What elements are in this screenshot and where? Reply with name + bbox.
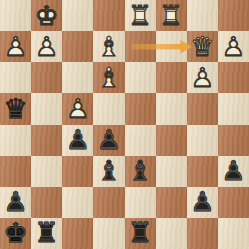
square-h8[interactable]: [218, 0, 249, 31]
square-c8[interactable]: [62, 0, 93, 31]
square-a3[interactable]: [0, 156, 31, 187]
white-bishop[interactable]: ♝♗: [93, 62, 124, 93]
square-c3[interactable]: [62, 156, 93, 187]
square-d5[interactable]: [93, 93, 124, 124]
square-e2[interactable]: [125, 187, 156, 218]
square-g5[interactable]: [187, 93, 218, 124]
black-pawn[interactable]: ♟♙: [218, 156, 249, 187]
black-bishop-outline: ♗: [125, 156, 156, 187]
chess-board: ♚♔♜♖♜♖♟♙♟♙♝♗♛♕♟♙♝♗♟♙♛♕♟♙♟♙♟♙♝♗♝♗♟♙♟♙♟♙♚♔…: [0, 0, 249, 249]
black-bishop[interactable]: ♝♗: [93, 156, 124, 187]
white-queen-outline: ♕: [187, 31, 218, 62]
black-pawn-outline: ♙: [218, 156, 249, 187]
square-a7[interactable]: ♟♙: [0, 31, 31, 62]
square-c7[interactable]: [62, 31, 93, 62]
square-g6[interactable]: ♟♙: [187, 62, 218, 93]
square-b5[interactable]: [31, 93, 62, 124]
black-rook-outline: ♖: [31, 218, 62, 249]
square-f2[interactable]: [156, 187, 187, 218]
square-c5[interactable]: ♟♙: [62, 93, 93, 124]
square-h3[interactable]: ♟♙: [218, 156, 249, 187]
black-rook-outline: ♖: [125, 218, 156, 249]
white-king-outline: ♔: [31, 0, 62, 31]
square-h2[interactable]: [218, 187, 249, 218]
white-rook[interactable]: ♜♖: [156, 0, 187, 31]
square-f4[interactable]: [156, 125, 187, 156]
white-pawn[interactable]: ♟♙: [187, 62, 218, 93]
square-e6[interactable]: [125, 62, 156, 93]
black-pawn-outline: ♙: [187, 187, 218, 218]
square-b8[interactable]: ♚♔: [31, 0, 62, 31]
square-g1[interactable]: [187, 218, 218, 249]
black-queen[interactable]: ♛♕: [0, 93, 31, 124]
white-pawn-outline: ♙: [218, 31, 249, 62]
white-pawn-outline: ♙: [31, 31, 62, 62]
square-d7[interactable]: ♝♗: [93, 31, 124, 62]
white-king[interactable]: ♚♔: [31, 0, 62, 31]
white-pawn[interactable]: ♟♙: [62, 93, 93, 124]
square-b4[interactable]: [31, 125, 62, 156]
square-e1[interactable]: ♜♖: [125, 218, 156, 249]
square-c2[interactable]: [62, 187, 93, 218]
black-pawn-outline: ♙: [93, 125, 124, 156]
square-f5[interactable]: [156, 93, 187, 124]
square-f8[interactable]: ♜♖: [156, 0, 187, 31]
white-rook[interactable]: ♜♖: [125, 0, 156, 31]
black-pawn[interactable]: ♟♙: [187, 187, 218, 218]
square-c6[interactable]: [62, 62, 93, 93]
black-pawn-outline: ♙: [0, 187, 31, 218]
square-e3[interactable]: ♝♗: [125, 156, 156, 187]
square-d4[interactable]: ♟♙: [93, 125, 124, 156]
square-d3[interactable]: ♝♗: [93, 156, 124, 187]
square-h1[interactable]: [218, 218, 249, 249]
square-g7[interactable]: ♛♕: [187, 31, 218, 62]
black-king-outline: ♔: [0, 218, 31, 249]
black-pawn[interactable]: ♟♙: [62, 125, 93, 156]
square-g3[interactable]: [187, 156, 218, 187]
black-king[interactable]: ♚♔: [0, 218, 31, 249]
square-a5[interactable]: ♛♕: [0, 93, 31, 124]
black-rook[interactable]: ♜♖: [31, 218, 62, 249]
square-a1[interactable]: ♚♔: [0, 218, 31, 249]
white-bishop-outline: ♗: [93, 62, 124, 93]
white-rook-outline: ♖: [156, 0, 187, 31]
white-bishop[interactable]: ♝♗: [93, 31, 124, 62]
white-queen[interactable]: ♛♕: [187, 31, 218, 62]
square-a4[interactable]: [0, 125, 31, 156]
square-d2[interactable]: [93, 187, 124, 218]
square-g8[interactable]: [187, 0, 218, 31]
black-rook[interactable]: ♜♖: [125, 218, 156, 249]
square-f7[interactable]: [156, 31, 187, 62]
square-a6[interactable]: [0, 62, 31, 93]
square-b3[interactable]: [31, 156, 62, 187]
black-bishop[interactable]: ♝♗: [125, 156, 156, 187]
square-b2[interactable]: [31, 187, 62, 218]
square-h6[interactable]: [218, 62, 249, 93]
white-pawn-outline: ♙: [187, 62, 218, 93]
square-d8[interactable]: [93, 0, 124, 31]
square-a2[interactable]: ♟♙: [0, 187, 31, 218]
square-g4[interactable]: [187, 125, 218, 156]
black-queen-outline: ♕: [0, 93, 31, 124]
square-e4[interactable]: [125, 125, 156, 156]
chess-diagram: ♚♔♜♖♜♖♟♙♟♙♝♗♛♕♟♙♝♗♟♙♛♕♟♙♟♙♟♙♝♗♝♗♟♙♟♙♟♙♚♔…: [0, 0, 249, 249]
square-b7[interactable]: ♟♙: [31, 31, 62, 62]
white-bishop-outline: ♗: [93, 31, 124, 62]
white-pawn-outline: ♙: [0, 31, 31, 62]
square-f1[interactable]: [156, 218, 187, 249]
square-h4[interactable]: [218, 125, 249, 156]
square-b6[interactable]: [31, 62, 62, 93]
square-e7[interactable]: [125, 31, 156, 62]
square-g2[interactable]: ♟♙: [187, 187, 218, 218]
square-e8[interactable]: ♜♖: [125, 0, 156, 31]
square-e5[interactable]: [125, 93, 156, 124]
black-pawn[interactable]: ♟♙: [93, 125, 124, 156]
square-h7[interactable]: ♟♙: [218, 31, 249, 62]
white-pawn[interactable]: ♟♙: [31, 31, 62, 62]
black-bishop-outline: ♗: [93, 156, 124, 187]
white-rook-outline: ♖: [125, 0, 156, 31]
square-f3[interactable]: [156, 156, 187, 187]
square-f6[interactable]: [156, 62, 187, 93]
black-pawn[interactable]: ♟♙: [0, 187, 31, 218]
square-d6[interactable]: ♝♗: [93, 62, 124, 93]
square-b1[interactable]: ♜♖: [31, 218, 62, 249]
white-pawn[interactable]: ♟♙: [0, 31, 31, 62]
white-pawn[interactable]: ♟♙: [218, 31, 249, 62]
white-pawn-outline: ♙: [62, 93, 93, 124]
square-c4[interactable]: ♟♙: [62, 125, 93, 156]
square-d1[interactable]: [93, 218, 124, 249]
square-a8[interactable]: [0, 0, 31, 31]
black-pawn-outline: ♙: [62, 125, 93, 156]
square-c1[interactable]: [62, 218, 93, 249]
square-h5[interactable]: [218, 93, 249, 124]
